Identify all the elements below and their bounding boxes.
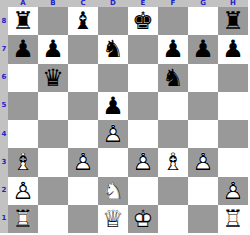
square-f8[interactable]: [158, 7, 188, 35]
piece-black-rook[interactable]: ♜: [222, 9, 244, 33]
square-f7[interactable]: ♟: [158, 35, 188, 63]
square-d3[interactable]: [98, 148, 128, 176]
white-piece-outline: ♙: [12, 177, 34, 205]
piece-white-pawn[interactable]: ♟♙: [222, 179, 244, 203]
piece-white-rook[interactable]: ♜♖: [222, 207, 244, 231]
piece-black-queen[interactable]: ♛: [42, 66, 64, 90]
white-piece-outline: ♙: [222, 177, 244, 205]
file-label-g: G: [188, 0, 218, 7]
square-b1[interactable]: [38, 205, 68, 233]
rank-label-8: 8: [0, 7, 8, 35]
square-d8[interactable]: [98, 7, 128, 35]
square-a8[interactable]: ♜: [8, 7, 38, 35]
square-d7[interactable]: ♞: [98, 35, 128, 63]
square-e6[interactable]: [128, 64, 158, 92]
square-c5[interactable]: [68, 92, 98, 120]
square-c3[interactable]: ♟♙: [68, 148, 98, 176]
square-c4[interactable]: [68, 120, 98, 148]
file-label-f: F: [158, 0, 188, 7]
square-c1[interactable]: [68, 205, 98, 233]
piece-white-pawn[interactable]: ♟♙: [132, 150, 154, 174]
square-f4[interactable]: [158, 120, 188, 148]
square-b7[interactable]: ♟: [38, 35, 68, 63]
white-piece-outline: ♙: [102, 120, 124, 148]
piece-black-pawn[interactable]: ♟: [192, 37, 214, 61]
white-piece-outline: ♗: [162, 148, 184, 176]
file-label-d: D: [98, 0, 128, 7]
square-b4[interactable]: [38, 120, 68, 148]
square-e1[interactable]: ♚♔: [128, 205, 158, 233]
square-c2[interactable]: [68, 177, 98, 205]
square-e3[interactable]: ♟♙: [128, 148, 158, 176]
piece-black-knight[interactable]: ♞: [162, 66, 184, 90]
rank-label-4: 4: [0, 120, 8, 148]
square-c7[interactable]: [68, 35, 98, 63]
file-label-h: H: [218, 0, 248, 7]
square-h6[interactable]: [218, 64, 248, 92]
rank-label-1: 1: [0, 205, 8, 233]
square-d6[interactable]: [98, 64, 128, 92]
piece-white-pawn[interactable]: ♟♙: [72, 150, 94, 174]
file-label-a: A: [8, 0, 38, 7]
piece-black-king[interactable]: ♚: [132, 9, 154, 33]
piece-black-knight[interactable]: ♞: [102, 37, 124, 61]
piece-black-pawn[interactable]: ♟: [102, 94, 124, 118]
square-b2[interactable]: [38, 177, 68, 205]
piece-white-pawn[interactable]: ♟♙: [102, 122, 124, 146]
piece-white-knight[interactable]: ♞♘: [102, 179, 124, 203]
white-piece-outline: ♙: [192, 148, 214, 176]
piece-black-pawn[interactable]: ♟: [42, 37, 64, 61]
white-piece-outline: ♗: [12, 148, 34, 176]
square-b5[interactable]: [38, 92, 68, 120]
square-b8[interactable]: [38, 7, 68, 35]
piece-white-king[interactable]: ♚♔: [132, 207, 154, 231]
square-f6[interactable]: ♞: [158, 64, 188, 92]
piece-black-pawn[interactable]: ♟: [12, 37, 34, 61]
square-b3[interactable]: [38, 148, 68, 176]
piece-white-bishop[interactable]: ♝♗: [12, 150, 34, 174]
square-a7[interactable]: ♟: [8, 35, 38, 63]
piece-white-pawn[interactable]: ♟♙: [192, 150, 214, 174]
square-f3[interactable]: ♝♗: [158, 148, 188, 176]
piece-white-pawn[interactable]: ♟♙: [12, 179, 34, 203]
white-piece-outline: ♘: [102, 177, 124, 205]
piece-white-rook[interactable]: ♜♖: [12, 207, 34, 231]
square-c8[interactable]: ♝: [68, 7, 98, 35]
square-a2[interactable]: ♟♙: [8, 177, 38, 205]
square-h2[interactable]: ♟♙: [218, 177, 248, 205]
square-d5[interactable]: ♟: [98, 92, 128, 120]
square-a6[interactable]: [8, 64, 38, 92]
square-c6[interactable]: [68, 64, 98, 92]
piece-white-bishop[interactable]: ♝♗: [162, 150, 184, 174]
square-g6[interactable]: [188, 64, 218, 92]
rank-label-3: 3: [0, 148, 8, 176]
square-e5[interactable]: [128, 92, 158, 120]
file-label-e: E: [128, 0, 158, 7]
square-b6[interactable]: ♛: [38, 64, 68, 92]
square-h8[interactable]: ♜: [218, 7, 248, 35]
chess-board: ABCDEFGH8♜♝♚♜7♟♟♞♟♟♟6♛♞5♟4♟♙3♝♗♟♙♟♙♝♗♟♙2…: [0, 0, 248, 233]
rank-label-2: 2: [0, 177, 8, 205]
square-a3[interactable]: ♝♗: [8, 148, 38, 176]
square-f5[interactable]: [158, 92, 188, 120]
piece-black-bishop[interactable]: ♝: [72, 9, 94, 33]
square-e2[interactable]: [128, 177, 158, 205]
square-a1[interactable]: ♜♖: [8, 205, 38, 233]
white-piece-outline: ♙: [72, 148, 94, 176]
square-a4[interactable]: [8, 120, 38, 148]
square-g5[interactable]: [188, 92, 218, 120]
square-g3[interactable]: ♟♙: [188, 148, 218, 176]
square-g1[interactable]: [188, 205, 218, 233]
white-piece-outline: ♙: [132, 148, 154, 176]
white-piece-outline: ♔: [132, 205, 154, 233]
square-g8[interactable]: [188, 7, 218, 35]
white-piece-outline: ♖: [222, 205, 244, 233]
piece-black-pawn[interactable]: ♟: [162, 37, 184, 61]
piece-white-queen[interactable]: ♛♕: [102, 207, 124, 231]
white-piece-outline: ♕: [102, 205, 124, 233]
square-d4[interactable]: ♟♙: [98, 120, 128, 148]
piece-black-pawn[interactable]: ♟: [222, 37, 244, 61]
square-f2[interactable]: [158, 177, 188, 205]
rank-label-5: 5: [0, 92, 8, 120]
file-label-b: B: [38, 0, 68, 7]
square-e8[interactable]: ♚: [128, 7, 158, 35]
square-h7[interactable]: ♟: [218, 35, 248, 63]
square-e4[interactable]: [128, 120, 158, 148]
square-h5[interactable]: [218, 92, 248, 120]
piece-black-rook[interactable]: ♜: [12, 9, 34, 33]
square-h1[interactable]: ♜♖: [218, 205, 248, 233]
file-label-c: C: [68, 0, 98, 7]
square-d1[interactable]: ♛♕: [98, 205, 128, 233]
square-f1[interactable]: [158, 205, 188, 233]
rank-label-6: 6: [0, 64, 8, 92]
square-e7[interactable]: [128, 35, 158, 63]
board-corner: [0, 0, 8, 7]
rank-label-7: 7: [0, 35, 8, 63]
white-piece-outline: ♖: [12, 205, 34, 233]
square-g2[interactable]: [188, 177, 218, 205]
square-g4[interactable]: [188, 120, 218, 148]
square-d2[interactable]: ♞♘: [98, 177, 128, 205]
square-h3[interactable]: [218, 148, 248, 176]
square-a5[interactable]: [8, 92, 38, 120]
square-g7[interactable]: ♟: [188, 35, 218, 63]
square-h4[interactable]: [218, 120, 248, 148]
